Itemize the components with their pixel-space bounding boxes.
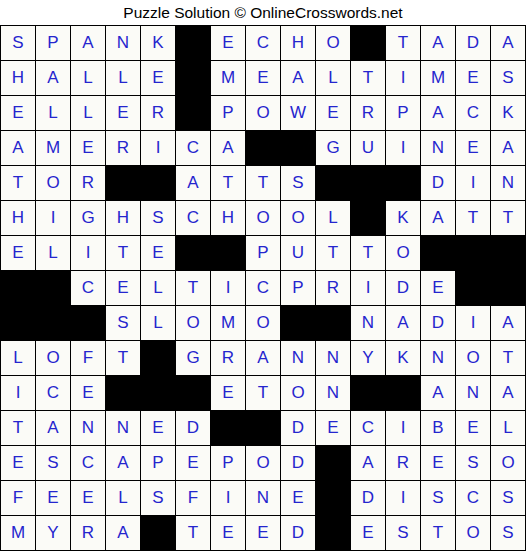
- letter-cell: I: [36, 201, 70, 235]
- letter-cell: N: [456, 376, 490, 410]
- black-cell: [281, 131, 315, 165]
- black-cell: [141, 166, 175, 200]
- letter-cell: E: [1, 446, 35, 480]
- letter-cell: E: [141, 61, 175, 95]
- letter-cell: C: [71, 271, 105, 305]
- letter-cell: P: [36, 26, 70, 60]
- letter-cell: K: [141, 26, 175, 60]
- letter-cell: L: [36, 96, 70, 130]
- letter-cell: E: [141, 236, 175, 270]
- letter-cell: P: [281, 271, 315, 305]
- letter-cell: K: [386, 341, 420, 375]
- letter-cell: N: [281, 341, 315, 375]
- letter-cell: D: [456, 26, 490, 60]
- letter-cell: E: [176, 446, 210, 480]
- letter-cell: B: [421, 411, 455, 445]
- letter-cell: O: [246, 201, 280, 235]
- letter-cell: D: [176, 411, 210, 445]
- letter-cell: T: [246, 166, 280, 200]
- letter-cell: S: [491, 516, 525, 550]
- letter-cell: R: [106, 131, 140, 165]
- letter-cell: P: [211, 96, 245, 130]
- letter-cell: G: [316, 131, 350, 165]
- black-cell: [36, 306, 70, 340]
- letter-cell: L: [71, 96, 105, 130]
- letter-cell: R: [141, 96, 175, 130]
- letter-cell: D: [421, 166, 455, 200]
- letter-cell: E: [141, 411, 175, 445]
- letter-cell: N: [106, 26, 140, 60]
- black-cell: [176, 376, 210, 410]
- letter-cell: R: [386, 446, 420, 480]
- letter-cell: C: [71, 446, 105, 480]
- black-cell: [176, 61, 210, 95]
- letter-cell: S: [141, 481, 175, 515]
- letter-cell: A: [176, 166, 210, 200]
- puzzle-page: Puzzle Solution © OnlineCrosswords.net S…: [0, 0, 526, 551]
- letter-cell: I: [211, 271, 245, 305]
- black-cell: [176, 26, 210, 60]
- letter-cell: E: [106, 96, 140, 130]
- letter-cell: T: [491, 201, 525, 235]
- black-cell: [211, 236, 245, 270]
- letter-cell: M: [36, 131, 70, 165]
- letter-cell: T: [1, 411, 35, 445]
- letter-cell: N: [106, 411, 140, 445]
- letter-cell: A: [421, 26, 455, 60]
- letter-cell: M: [1, 516, 35, 550]
- letter-cell: A: [246, 341, 280, 375]
- letter-cell: A: [281, 61, 315, 95]
- letter-cell: F: [71, 341, 105, 375]
- letter-cell: O: [246, 96, 280, 130]
- letter-cell: E: [211, 26, 245, 60]
- letter-cell: A: [36, 61, 70, 95]
- letter-cell: T: [211, 166, 245, 200]
- letter-cell: E: [456, 131, 490, 165]
- letter-cell: T: [351, 236, 385, 270]
- black-cell: [386, 376, 420, 410]
- black-cell: [351, 26, 385, 60]
- letter-cell: M: [421, 61, 455, 95]
- letter-cell: C: [351, 411, 385, 445]
- letter-cell: I: [351, 271, 385, 305]
- letter-cell: T: [176, 516, 210, 550]
- black-cell: [351, 376, 385, 410]
- letter-cell: L: [106, 61, 140, 95]
- letter-cell: E: [71, 376, 105, 410]
- black-cell: [106, 166, 140, 200]
- letter-cell: Y: [36, 516, 70, 550]
- letter-cell: M: [211, 306, 245, 340]
- letter-cell: E: [71, 131, 105, 165]
- black-cell: [106, 376, 140, 410]
- letter-cell: E: [1, 236, 35, 270]
- black-cell: [491, 236, 525, 270]
- letter-cell: T: [421, 516, 455, 550]
- letter-cell: A: [106, 446, 140, 480]
- letter-cell: N: [246, 481, 280, 515]
- black-cell: [491, 271, 525, 305]
- letter-cell: E: [351, 516, 385, 550]
- letter-cell: I: [386, 131, 420, 165]
- letter-cell: A: [351, 446, 385, 480]
- letter-cell: C: [456, 481, 490, 515]
- letter-cell: C: [176, 131, 210, 165]
- letter-cell: O: [456, 341, 490, 375]
- letter-cell: I: [71, 236, 105, 270]
- letter-cell: I: [211, 481, 245, 515]
- letter-cell: T: [386, 26, 420, 60]
- letter-cell: A: [421, 376, 455, 410]
- letter-cell: O: [386, 236, 420, 270]
- letter-cell: P: [246, 236, 280, 270]
- letter-cell: I: [386, 411, 420, 445]
- letter-cell: T: [491, 341, 525, 375]
- letter-cell: L: [106, 481, 140, 515]
- black-cell: [1, 271, 35, 305]
- letter-cell: L: [1, 341, 35, 375]
- letter-cell: G: [176, 341, 210, 375]
- letter-cell: E: [456, 411, 490, 445]
- letter-cell: E: [281, 481, 315, 515]
- letter-cell: N: [316, 341, 350, 375]
- letter-cell: L: [316, 61, 350, 95]
- black-cell: [141, 516, 175, 550]
- letter-cell: O: [36, 341, 70, 375]
- black-cell: [141, 376, 175, 410]
- letter-cell: O: [246, 446, 280, 480]
- black-cell: [246, 411, 280, 445]
- letter-cell: I: [386, 61, 420, 95]
- letter-cell: O: [176, 306, 210, 340]
- black-cell: [351, 201, 385, 235]
- letter-cell: S: [281, 166, 315, 200]
- letter-cell: C: [246, 26, 280, 60]
- black-cell: [141, 341, 175, 375]
- letter-cell: L: [71, 61, 105, 95]
- letter-cell: E: [106, 271, 140, 305]
- letter-cell: A: [491, 306, 525, 340]
- black-cell: [1, 306, 35, 340]
- letter-cell: L: [36, 236, 70, 270]
- black-cell: [456, 236, 490, 270]
- letter-cell: R: [71, 516, 105, 550]
- letter-cell: A: [491, 131, 525, 165]
- letter-cell: O: [316, 26, 350, 60]
- letter-cell: D: [421, 306, 455, 340]
- letter-cell: S: [421, 481, 455, 515]
- letter-cell: C: [246, 271, 280, 305]
- letter-cell: E: [316, 411, 350, 445]
- letter-cell: L: [316, 201, 350, 235]
- letter-cell: F: [1, 481, 35, 515]
- letter-cell: D: [281, 411, 315, 445]
- letter-cell: I: [1, 376, 35, 410]
- letter-cell: O: [281, 376, 315, 410]
- letter-cell: L: [141, 271, 175, 305]
- letter-cell: H: [281, 26, 315, 60]
- letter-cell: E: [246, 61, 280, 95]
- letter-cell: S: [141, 201, 175, 235]
- letter-cell: N: [421, 341, 455, 375]
- letter-cell: A: [36, 411, 70, 445]
- letter-cell: E: [36, 481, 70, 515]
- letter-cell: E: [211, 516, 245, 550]
- letter-cell: E: [211, 376, 245, 410]
- letter-cell: A: [421, 201, 455, 235]
- letter-cell: C: [456, 96, 490, 130]
- letter-cell: R: [316, 271, 350, 305]
- letter-cell: D: [281, 516, 315, 550]
- letter-cell: T: [246, 376, 280, 410]
- letter-cell: E: [456, 61, 490, 95]
- letter-cell: D: [351, 481, 385, 515]
- letter-cell: C: [36, 376, 70, 410]
- letter-cell: S: [456, 446, 490, 480]
- letter-cell: P: [211, 446, 245, 480]
- letter-cell: H: [106, 201, 140, 235]
- letter-cell: F: [176, 481, 210, 515]
- letter-cell: A: [421, 96, 455, 130]
- letter-cell: N: [316, 376, 350, 410]
- letter-cell: O: [281, 201, 315, 235]
- letter-cell: N: [421, 131, 455, 165]
- letter-cell: C: [176, 201, 210, 235]
- black-cell: [36, 271, 70, 305]
- black-cell: [456, 271, 490, 305]
- letter-cell: T: [351, 61, 385, 95]
- black-cell: [176, 96, 210, 130]
- black-cell: [71, 306, 105, 340]
- letter-cell: N: [71, 411, 105, 445]
- black-cell: [316, 166, 350, 200]
- letter-cell: L: [491, 411, 525, 445]
- letter-cell: P: [386, 96, 420, 130]
- page-title: Puzzle Solution © OnlineCrosswords.net: [0, 0, 526, 25]
- letter-cell: I: [456, 166, 490, 200]
- letter-cell: S: [1, 26, 35, 60]
- black-cell: [281, 306, 315, 340]
- letter-cell: R: [351, 96, 385, 130]
- letter-cell: O: [36, 166, 70, 200]
- letter-cell: E: [71, 481, 105, 515]
- letter-cell: T: [316, 236, 350, 270]
- crossword-grid: SPANKECHOTADAHALLEMEALTIMESELLERPOWERPAC…: [0, 25, 526, 551]
- letter-cell: I: [141, 131, 175, 165]
- letter-cell: U: [281, 236, 315, 270]
- letter-cell: A: [386, 306, 420, 340]
- letter-cell: R: [71, 166, 105, 200]
- letter-cell: A: [491, 26, 525, 60]
- letter-cell: A: [71, 26, 105, 60]
- letter-cell: O: [246, 306, 280, 340]
- black-cell: [211, 411, 245, 445]
- letter-cell: E: [421, 271, 455, 305]
- letter-cell: I: [386, 481, 420, 515]
- letter-cell: R: [211, 341, 245, 375]
- letter-cell: H: [1, 61, 35, 95]
- letter-cell: K: [386, 201, 420, 235]
- black-cell: [176, 236, 210, 270]
- letter-cell: A: [106, 516, 140, 550]
- letter-cell: N: [351, 306, 385, 340]
- black-cell: [246, 131, 280, 165]
- letter-cell: T: [456, 201, 490, 235]
- black-cell: [316, 481, 350, 515]
- letter-cell: U: [351, 131, 385, 165]
- letter-cell: K: [491, 96, 525, 130]
- letter-cell: S: [491, 61, 525, 95]
- letter-cell: D: [281, 446, 315, 480]
- letter-cell: S: [491, 481, 525, 515]
- letter-cell: O: [456, 516, 490, 550]
- letter-cell: T: [1, 166, 35, 200]
- black-cell: [316, 306, 350, 340]
- black-cell: [316, 446, 350, 480]
- letter-cell: I: [456, 306, 490, 340]
- letter-cell: T: [176, 271, 210, 305]
- letter-cell: E: [1, 96, 35, 130]
- letter-cell: E: [421, 446, 455, 480]
- letter-cell: S: [386, 516, 420, 550]
- letter-cell: Y: [351, 341, 385, 375]
- black-cell: [351, 166, 385, 200]
- letter-cell: A: [491, 376, 525, 410]
- letter-cell: A: [211, 131, 245, 165]
- black-cell: [316, 516, 350, 550]
- letter-cell: P: [141, 446, 175, 480]
- black-cell: [421, 236, 455, 270]
- black-cell: [386, 166, 420, 200]
- letter-cell: N: [491, 166, 525, 200]
- letter-cell: D: [386, 271, 420, 305]
- letter-cell: E: [316, 96, 350, 130]
- letter-cell: M: [211, 61, 245, 95]
- letter-cell: T: [106, 341, 140, 375]
- letter-cell: L: [141, 306, 175, 340]
- letter-cell: H: [211, 201, 245, 235]
- letter-cell: S: [106, 306, 140, 340]
- letter-cell: W: [281, 96, 315, 130]
- letter-cell: S: [36, 446, 70, 480]
- letter-cell: H: [1, 201, 35, 235]
- letter-cell: A: [1, 131, 35, 165]
- letter-cell: G: [71, 201, 105, 235]
- letter-cell: E: [246, 516, 280, 550]
- letter-cell: T: [106, 236, 140, 270]
- letter-cell: O: [491, 446, 525, 480]
